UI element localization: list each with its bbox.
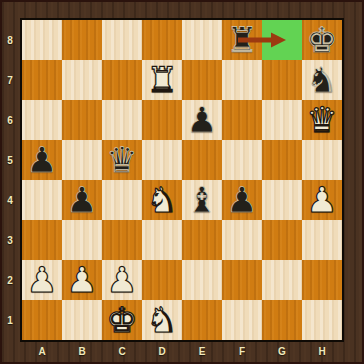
square-a4[interactable] [22,180,62,220]
file-label-g: G [262,341,302,362]
square-f3[interactable] [222,220,262,260]
square-a8[interactable] [22,20,62,60]
square-d1[interactable]: ♞ [142,300,182,340]
square-a3[interactable] [22,220,62,260]
black-pawn[interactable]: ♟ [22,140,62,180]
square-g7[interactable] [262,60,302,100]
white-rook[interactable]: ♜ [142,60,182,100]
white-pawn[interactable]: ♟ [102,260,142,300]
black-king[interactable]: ♚ [302,20,342,60]
square-b4[interactable]: ♟ [62,180,102,220]
square-a2[interactable]: ♟ [22,260,62,300]
square-e2[interactable] [182,260,222,300]
black-pawn[interactable]: ♟ [182,100,222,140]
file-label-e: E [182,341,222,362]
black-pawn[interactable]: ♟ [222,180,262,220]
black-queen[interactable]: ♛ [102,140,142,180]
file-label-d: D [142,341,182,362]
white-king[interactable]: ♚ [102,300,142,340]
rank-label-1: 1 [0,300,20,340]
square-a7[interactable] [22,60,62,100]
file-label-c: C [102,341,142,362]
black-rook[interactable]: ♜ [222,20,262,60]
square-h1[interactable] [302,300,342,340]
square-c8[interactable] [102,20,142,60]
rank-labels: 87654321 [0,20,20,340]
white-queen[interactable]: ♛ [302,100,342,140]
square-c3[interactable] [102,220,142,260]
file-labels: ABCDEFGH [22,341,342,362]
rank-label-3: 3 [0,220,20,260]
square-h3[interactable] [302,220,342,260]
square-g3[interactable] [262,220,302,260]
square-e6[interactable]: ♟ [182,100,222,140]
square-d8[interactable] [142,20,182,60]
square-a6[interactable] [22,100,62,140]
square-c7[interactable] [102,60,142,100]
square-h4[interactable]: ♟ [302,180,342,220]
square-h6[interactable]: ♛ [302,100,342,140]
square-c2[interactable]: ♟ [102,260,142,300]
chess-app: 87654321 ♜♚♜♞♟♛♟♛♟♞♝♟♟♟♟♟♚♞ ABCDEFGH [0,0,364,364]
square-c5[interactable]: ♛ [102,140,142,180]
square-b2[interactable]: ♟ [62,260,102,300]
square-h7[interactable]: ♞ [302,60,342,100]
square-f5[interactable] [222,140,262,180]
square-d4[interactable]: ♞ [142,180,182,220]
square-g4[interactable] [262,180,302,220]
black-knight[interactable]: ♞ [302,60,342,100]
white-pawn[interactable]: ♟ [302,180,342,220]
square-c6[interactable] [102,100,142,140]
square-b6[interactable] [62,100,102,140]
square-d6[interactable] [142,100,182,140]
white-knight[interactable]: ♞ [142,180,182,220]
chess-board[interactable]: ♜♚♜♞♟♛♟♛♟♞♝♟♟♟♟♟♚♞ [20,18,344,342]
square-b3[interactable] [62,220,102,260]
file-label-f: F [222,341,262,362]
square-c1[interactable]: ♚ [102,300,142,340]
square-b7[interactable] [62,60,102,100]
rank-label-2: 2 [0,260,20,300]
rank-label-5: 5 [0,140,20,180]
black-bishop[interactable]: ♝ [182,180,222,220]
square-g8[interactable] [262,20,302,60]
square-e5[interactable] [182,140,222,180]
square-d3[interactable] [142,220,182,260]
black-pawn[interactable]: ♟ [62,180,102,220]
square-f6[interactable] [222,100,262,140]
square-g6[interactable] [262,100,302,140]
white-knight[interactable]: ♞ [142,300,182,340]
square-h2[interactable] [302,260,342,300]
square-f2[interactable] [222,260,262,300]
file-label-a: A [22,341,62,362]
square-f1[interactable] [222,300,262,340]
square-d5[interactable] [142,140,182,180]
square-b5[interactable] [62,140,102,180]
square-e1[interactable] [182,300,222,340]
square-g1[interactable] [262,300,302,340]
square-c4[interactable] [102,180,142,220]
square-a5[interactable]: ♟ [22,140,62,180]
square-g2[interactable] [262,260,302,300]
square-e4[interactable]: ♝ [182,180,222,220]
square-b8[interactable] [62,20,102,60]
square-g5[interactable] [262,140,302,180]
rank-label-7: 7 [0,60,20,100]
square-f7[interactable] [222,60,262,100]
square-a1[interactable] [22,300,62,340]
file-label-b: B [62,341,102,362]
square-f8[interactable]: ♜ [222,20,262,60]
square-d2[interactable] [142,260,182,300]
square-e8[interactable] [182,20,222,60]
square-h8[interactable]: ♚ [302,20,342,60]
square-f4[interactable]: ♟ [222,180,262,220]
square-d7[interactable]: ♜ [142,60,182,100]
rank-label-6: 6 [0,100,20,140]
rank-label-4: 4 [0,180,20,220]
square-e3[interactable] [182,220,222,260]
square-e7[interactable] [182,60,222,100]
square-b1[interactable] [62,300,102,340]
white-pawn[interactable]: ♟ [62,260,102,300]
square-h5[interactable] [302,140,342,180]
file-label-h: H [302,341,342,362]
rank-label-8: 8 [0,20,20,60]
white-pawn[interactable]: ♟ [22,260,62,300]
